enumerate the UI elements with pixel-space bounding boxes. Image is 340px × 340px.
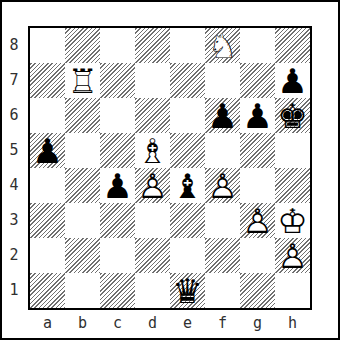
square-e6[interactable]	[170, 98, 205, 133]
square-g7[interactable]	[240, 63, 275, 98]
piece-black-pawn-g6[interactable]: ♟	[240, 98, 275, 133]
file-label-h: h	[275, 311, 310, 335]
chess-board: ♞♘♜♖♟♟♟♚♟♝♗♟♟♙♝♟♙♟♙♚♔♟♙♛	[30, 28, 310, 308]
square-a3[interactable]	[30, 203, 65, 238]
square-b3[interactable]	[65, 203, 100, 238]
square-c7[interactable]	[100, 63, 135, 98]
square-h2[interactable]: ♟♙	[275, 238, 310, 273]
square-c6[interactable]	[100, 98, 135, 133]
rank-label-6: 6	[4, 98, 24, 133]
rank-label-8: 8	[4, 28, 24, 63]
square-d1[interactable]	[135, 273, 170, 308]
rank-labels: 87654321	[4, 28, 24, 308]
piece-white-pawn-d4[interactable]: ♟♙	[135, 168, 170, 203]
square-f6[interactable]: ♟	[205, 98, 240, 133]
square-c5[interactable]	[100, 133, 135, 168]
rank-label-2: 2	[4, 238, 24, 273]
square-a1[interactable]	[30, 273, 65, 308]
file-label-g: g	[240, 311, 275, 335]
square-a5[interactable]: ♟	[30, 133, 65, 168]
file-label-c: c	[100, 311, 135, 335]
white-rook-icon: ♖	[65, 63, 100, 98]
square-a7[interactable]	[30, 63, 65, 98]
piece-black-pawn-h7[interactable]: ♟	[275, 63, 310, 98]
file-label-b: b	[65, 311, 100, 335]
square-d3[interactable]	[135, 203, 170, 238]
square-e7[interactable]	[170, 63, 205, 98]
square-f2[interactable]	[205, 238, 240, 273]
black-pawn-icon: ♟	[100, 168, 135, 203]
piece-white-knight-f8[interactable]: ♞♘	[205, 28, 240, 63]
board-frame: ♞♘♜♖♟♟♟♚♟♝♗♟♟♙♝♟♙♟♙♚♔♟♙♛	[28, 26, 312, 310]
square-g5[interactable]	[240, 133, 275, 168]
square-g1[interactable]	[240, 273, 275, 308]
white-pawn-icon: ♙	[205, 168, 240, 203]
square-c4[interactable]: ♟	[100, 168, 135, 203]
square-g8[interactable]	[240, 28, 275, 63]
square-h8[interactable]	[275, 28, 310, 63]
file-label-a: a	[30, 311, 65, 335]
square-g4[interactable]	[240, 168, 275, 203]
square-h3[interactable]: ♚♔	[275, 203, 310, 238]
square-e1[interactable]: ♛	[170, 273, 205, 308]
square-a2[interactable]	[30, 238, 65, 273]
black-queen-icon: ♛	[170, 273, 205, 308]
square-h4[interactable]	[275, 168, 310, 203]
square-e8[interactable]	[170, 28, 205, 63]
piece-white-rook-b7[interactable]: ♜♖	[65, 63, 100, 98]
white-pawn-icon: ♙	[275, 238, 310, 273]
black-bishop-icon: ♝	[170, 168, 205, 203]
square-a8[interactable]	[30, 28, 65, 63]
square-a6[interactable]	[30, 98, 65, 133]
black-pawn-icon: ♟	[30, 133, 65, 168]
square-c8[interactable]	[100, 28, 135, 63]
file-label-f: f	[205, 311, 240, 335]
rank-label-5: 5	[4, 133, 24, 168]
square-b4[interactable]	[65, 168, 100, 203]
piece-black-queen-e1[interactable]: ♛	[170, 273, 205, 308]
piece-white-pawn-g3[interactable]: ♟♙	[240, 203, 275, 238]
piece-white-pawn-f4[interactable]: ♟♙	[205, 168, 240, 203]
square-h5[interactable]	[275, 133, 310, 168]
file-labels: abcdefgh	[30, 311, 310, 335]
square-d6[interactable]	[135, 98, 170, 133]
white-bishop-icon: ♗	[135, 133, 170, 168]
file-label-d: d	[135, 311, 170, 335]
square-d8[interactable]	[135, 28, 170, 63]
rank-label-7: 7	[4, 63, 24, 98]
square-d4[interactable]: ♟♙	[135, 168, 170, 203]
square-a4[interactable]	[30, 168, 65, 203]
square-d5[interactable]: ♝♗	[135, 133, 170, 168]
square-b8[interactable]	[65, 28, 100, 63]
chess-diagram: 87654321 abcdefgh ♞♘♜♖♟♟♟♚♟♝♗♟♟♙♝♟♙♟♙♚♔♟…	[0, 0, 340, 340]
piece-black-king-h6[interactable]: ♚	[275, 98, 310, 133]
square-b5[interactable]	[65, 133, 100, 168]
black-pawn-icon: ♟	[240, 98, 275, 133]
square-e5[interactable]	[170, 133, 205, 168]
square-f3[interactable]	[205, 203, 240, 238]
square-f5[interactable]	[205, 133, 240, 168]
white-king-icon: ♔	[275, 203, 310, 238]
square-b1[interactable]	[65, 273, 100, 308]
square-g2[interactable]	[240, 238, 275, 273]
piece-black-bishop-e4[interactable]: ♝	[170, 168, 205, 203]
square-b2[interactable]	[65, 238, 100, 273]
square-h1[interactable]	[275, 273, 310, 308]
square-d2[interactable]	[135, 238, 170, 273]
square-h6[interactable]: ♚	[275, 98, 310, 133]
square-e4[interactable]: ♝	[170, 168, 205, 203]
piece-white-king-h3[interactable]: ♚♔	[275, 203, 310, 238]
rank-label-3: 3	[4, 203, 24, 238]
rank-label-4: 4	[4, 168, 24, 203]
square-g6[interactable]: ♟	[240, 98, 275, 133]
square-c3[interactable]	[100, 203, 135, 238]
white-pawn-icon: ♙	[240, 203, 275, 238]
square-c1[interactable]	[100, 273, 135, 308]
square-g3[interactable]: ♟♙	[240, 203, 275, 238]
piece-black-pawn-a5[interactable]: ♟	[30, 133, 65, 168]
black-pawn-icon: ♟	[275, 63, 310, 98]
square-e3[interactable]	[170, 203, 205, 238]
piece-black-pawn-c4[interactable]: ♟	[100, 168, 135, 203]
square-f8[interactable]: ♞♘	[205, 28, 240, 63]
white-knight-icon: ♘	[205, 28, 240, 63]
square-e2[interactable]	[170, 238, 205, 273]
piece-black-pawn-f6[interactable]: ♟	[205, 98, 240, 133]
piece-white-bishop-d5[interactable]: ♝♗	[135, 133, 170, 168]
square-b6[interactable]	[65, 98, 100, 133]
square-d7[interactable]	[135, 63, 170, 98]
rank-label-1: 1	[4, 273, 24, 308]
square-b7[interactable]: ♜♖	[65, 63, 100, 98]
square-f7[interactable]	[205, 63, 240, 98]
white-pawn-icon: ♙	[135, 168, 170, 203]
file-label-e: e	[170, 311, 205, 335]
black-pawn-icon: ♟	[205, 98, 240, 133]
square-f1[interactable]	[205, 273, 240, 308]
square-h7[interactable]: ♟	[275, 63, 310, 98]
square-c2[interactable]	[100, 238, 135, 273]
piece-white-pawn-h2[interactable]: ♟♙	[275, 238, 310, 273]
square-f4[interactable]: ♟♙	[205, 168, 240, 203]
black-king-icon: ♚	[275, 98, 310, 133]
